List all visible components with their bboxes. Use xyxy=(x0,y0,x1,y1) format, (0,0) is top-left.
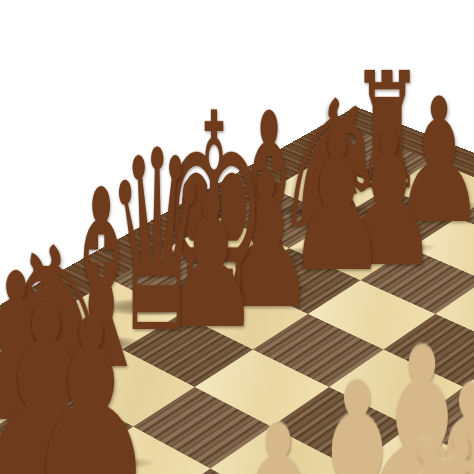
board-squares xyxy=(0,134,474,474)
chess-board xyxy=(0,107,474,474)
chess-set-photo: ♜♜♞♟♟♝♟♟♚♟♛♝♞♟♟♟♟♟♟♟♞ xyxy=(0,0,474,474)
